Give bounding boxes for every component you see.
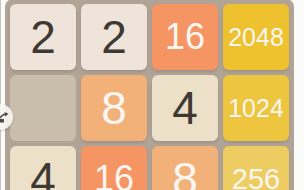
tile-4-r3c1: 4 [10,146,76,190]
empty-cell-r2c1 [10,75,76,141]
tile-2-r1c2: 2 [81,4,147,70]
tile-4-r2c3: 4 [152,75,218,141]
tile-16-r3c2: 16 [81,146,147,190]
tile-2-r1c1: 2 [10,4,76,70]
tile-16-r1c3: 16 [152,4,218,70]
tile-1024-r2c4: 1024 [223,75,289,141]
tile-256-r3c4: 256 [223,146,289,190]
screen: 221620488410244168256 [0,0,304,190]
arrow-up-right-icon [0,111,10,123]
tile-8-r2c2: 8 [81,75,147,141]
screen-edge-line [0,0,1,190]
tile-8-r3c3: 8 [152,146,218,190]
game-board[interactable]: 221620488410244168256 [5,0,294,190]
tile-2048-r1c4: 2048 [223,4,289,70]
